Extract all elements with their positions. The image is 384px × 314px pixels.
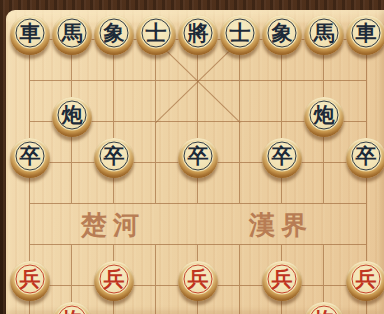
- piece-face: 將: [183, 18, 214, 49]
- piece-glyph: 炮: [62, 105, 83, 126]
- piece-red-cannon[interactable]: 炮: [52, 302, 92, 314]
- piece-face: 卒: [99, 141, 130, 172]
- piece-face: 炮: [57, 100, 88, 131]
- piece-black-chariot[interactable]: 車: [10, 15, 50, 55]
- piece-black-horse[interactable]: 馬: [52, 15, 92, 55]
- piece-black-chariot[interactable]: 車: [346, 15, 384, 55]
- piece-face: 炮: [309, 100, 340, 131]
- piece-face: 象: [99, 18, 130, 49]
- piece-black-soldier[interactable]: 卒: [94, 138, 134, 178]
- piece-glyph: 兵: [272, 269, 293, 290]
- piece-glyph: 卒: [356, 146, 377, 167]
- piece-face: 兵: [15, 264, 46, 295]
- piece-red-soldier[interactable]: 兵: [262, 261, 302, 301]
- xiangqi-app: 楚河 漢界 車馬象士將士象馬車炮炮卒卒卒卒卒兵兵兵兵兵炮炮: [0, 0, 384, 314]
- piece-face: 車: [351, 18, 382, 49]
- piece-face: 卒: [351, 141, 382, 172]
- piece-glyph: 士: [230, 23, 251, 44]
- piece-black-general[interactable]: 將: [178, 15, 218, 55]
- piece-glyph: 馬: [314, 23, 335, 44]
- piece-black-advisor[interactable]: 士: [136, 15, 176, 55]
- piece-face: 炮: [57, 305, 88, 314]
- piece-glyph: 炮: [314, 105, 335, 126]
- piece-glyph: 兵: [356, 269, 377, 290]
- piece-glyph: 兵: [20, 269, 41, 290]
- piece-black-cannon[interactable]: 炮: [52, 97, 92, 137]
- piece-face: 兵: [351, 264, 382, 295]
- piece-red-soldier[interactable]: 兵: [94, 261, 134, 301]
- piece-black-soldier[interactable]: 卒: [10, 138, 50, 178]
- piece-face: 士: [141, 18, 172, 49]
- piece-face: 車: [15, 18, 46, 49]
- piece-black-soldier[interactable]: 卒: [262, 138, 302, 178]
- piece-glyph: 車: [356, 23, 377, 44]
- piece-face: 兵: [267, 264, 298, 295]
- piece-face: 馬: [309, 18, 340, 49]
- piece-black-elephant[interactable]: 象: [94, 15, 134, 55]
- piece-face: 卒: [183, 141, 214, 172]
- piece-glyph: 卒: [104, 146, 125, 167]
- piece-black-soldier[interactable]: 卒: [178, 138, 218, 178]
- piece-face: 士: [225, 18, 256, 49]
- piece-black-advisor[interactable]: 士: [220, 15, 260, 55]
- piece-glyph: 士: [146, 23, 167, 44]
- piece-glyph: 將: [188, 23, 209, 44]
- piece-face: 兵: [99, 264, 130, 295]
- piece-face: 兵: [183, 264, 214, 295]
- piece-face: 馬: [57, 18, 88, 49]
- piece-red-soldier[interactable]: 兵: [178, 261, 218, 301]
- piece-black-elephant[interactable]: 象: [262, 15, 302, 55]
- piece-glyph: 象: [272, 23, 293, 44]
- piece-glyph: 炮: [314, 310, 335, 314]
- piece-face: 象: [267, 18, 298, 49]
- piece-black-horse[interactable]: 馬: [304, 15, 344, 55]
- piece-glyph: 卒: [188, 146, 209, 167]
- piece-face: 卒: [267, 141, 298, 172]
- piece-face: 卒: [15, 141, 46, 172]
- piece-glyph: 象: [104, 23, 125, 44]
- piece-glyph: 兵: [104, 269, 125, 290]
- piece-glyph: 馬: [62, 23, 83, 44]
- piece-black-cannon[interactable]: 炮: [304, 97, 344, 137]
- piece-face: 炮: [309, 305, 340, 314]
- piece-red-soldier[interactable]: 兵: [346, 261, 384, 301]
- piece-glyph: 卒: [20, 146, 41, 167]
- piece-glyph: 卒: [272, 146, 293, 167]
- piece-red-cannon[interactable]: 炮: [304, 302, 344, 314]
- piece-glyph: 炮: [62, 310, 83, 314]
- pieces-layer: 車馬象士將士象馬車炮炮卒卒卒卒卒兵兵兵兵兵炮炮: [0, 0, 384, 314]
- piece-black-soldier[interactable]: 卒: [346, 138, 384, 178]
- piece-glyph: 車: [20, 23, 41, 44]
- piece-red-soldier[interactable]: 兵: [10, 261, 50, 301]
- piece-glyph: 兵: [188, 269, 209, 290]
